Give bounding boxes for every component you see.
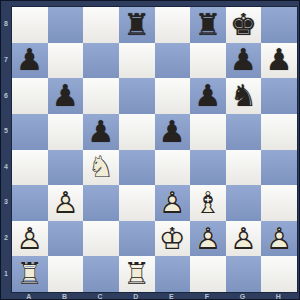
square-h2[interactable]: ♟♙: [261, 221, 297, 257]
square-b4[interactable]: [48, 150, 84, 186]
square-g5[interactable]: [226, 114, 262, 150]
piece-black-knight[interactable]: ♞: [226, 78, 262, 114]
square-g3[interactable]: [226, 185, 262, 221]
square-c4[interactable]: ♞♘: [83, 150, 119, 186]
square-d5[interactable]: [119, 114, 155, 150]
chess-board: ♜♜♚♟♟♟♟♟♞♟♟♞♘♟♙♟♙♝♗♟♙♚♔♟♙♟♙♟♙♜♖♜♖: [11, 6, 298, 293]
rank-label-8: 8: [1, 6, 11, 42]
square-d8[interactable]: ♜: [119, 7, 155, 43]
piece-black-pawn[interactable]: ♟: [261, 43, 297, 79]
square-h4[interactable]: [261, 150, 297, 186]
piece-white-pawn[interactable]: ♟♙: [155, 185, 191, 221]
square-a4[interactable]: [12, 150, 48, 186]
square-a7[interactable]: ♟: [12, 43, 48, 79]
piece-black-rook[interactable]: ♜: [190, 7, 226, 43]
square-f8[interactable]: ♜: [190, 7, 226, 43]
piece-white-pawn[interactable]: ♟♙: [190, 221, 226, 257]
file-label-d: D: [118, 291, 154, 300]
rank-label-1: 1: [1, 255, 11, 291]
square-f6[interactable]: ♟: [190, 78, 226, 114]
white-piece-outline-glyph: ♙: [261, 221, 297, 257]
white-piece-outline-glyph: ♘: [83, 150, 119, 186]
square-f4[interactable]: [190, 150, 226, 186]
square-h6[interactable]: [261, 78, 297, 114]
square-b3[interactable]: ♟♙: [48, 185, 84, 221]
file-label-c: C: [82, 291, 118, 300]
piece-white-pawn[interactable]: ♟♙: [261, 221, 297, 257]
square-b2[interactable]: [48, 221, 84, 257]
rank-label-7: 7: [1, 42, 11, 78]
piece-white-knight[interactable]: ♞♘: [83, 150, 119, 186]
piece-black-pawn[interactable]: ♟: [190, 78, 226, 114]
piece-black-pawn[interactable]: ♟: [48, 78, 84, 114]
square-b7[interactable]: [48, 43, 84, 79]
square-c3[interactable]: [83, 185, 119, 221]
square-a2[interactable]: ♟♙: [12, 221, 48, 257]
square-a8[interactable]: [12, 7, 48, 43]
square-g4[interactable]: [226, 150, 262, 186]
square-e5[interactable]: ♟: [155, 114, 191, 150]
square-g8[interactable]: ♚: [226, 7, 262, 43]
square-c6[interactable]: [83, 78, 119, 114]
square-e4[interactable]: [155, 150, 191, 186]
square-d1[interactable]: ♜♖: [119, 256, 155, 292]
file-label-f: F: [189, 291, 225, 300]
square-h1[interactable]: [261, 256, 297, 292]
piece-black-pawn[interactable]: ♟: [226, 43, 262, 79]
square-a1[interactable]: ♜♖: [12, 256, 48, 292]
black-piece-glyph: ♟: [83, 114, 119, 150]
white-piece-outline-glyph: ♙: [190, 221, 226, 257]
rank-label-2: 2: [1, 220, 11, 256]
white-piece-outline-glyph: ♙: [155, 185, 191, 221]
piece-white-bishop[interactable]: ♝♗: [190, 185, 226, 221]
square-c2[interactable]: [83, 221, 119, 257]
white-piece-outline-glyph: ♗: [190, 185, 226, 221]
square-f7[interactable]: [190, 43, 226, 79]
white-piece-outline-glyph: ♙: [12, 221, 48, 257]
piece-white-rook[interactable]: ♜♖: [119, 256, 155, 292]
black-piece-glyph: ♜: [190, 7, 226, 43]
piece-white-king[interactable]: ♚♔: [155, 221, 191, 257]
square-h7[interactable]: ♟: [261, 43, 297, 79]
white-piece-outline-glyph: ♖: [119, 256, 155, 292]
white-piece-outline-glyph: ♔: [155, 221, 191, 257]
square-g2[interactable]: ♟♙: [226, 221, 262, 257]
square-h3[interactable]: [261, 185, 297, 221]
square-b8[interactable]: [48, 7, 84, 43]
file-label-a: A: [11, 291, 47, 300]
piece-white-rook[interactable]: ♜♖: [12, 256, 48, 292]
square-a6[interactable]: [12, 78, 48, 114]
square-d3[interactable]: [119, 185, 155, 221]
black-piece-glyph: ♜: [119, 7, 155, 43]
black-piece-glyph: ♚: [226, 7, 262, 43]
square-g6[interactable]: ♞: [226, 78, 262, 114]
black-piece-glyph: ♟: [12, 43, 48, 79]
piece-white-pawn[interactable]: ♟♙: [48, 185, 84, 221]
square-d7[interactable]: [119, 43, 155, 79]
square-g1[interactable]: [226, 256, 262, 292]
square-g7[interactable]: ♟: [226, 43, 262, 79]
square-e6[interactable]: [155, 78, 191, 114]
black-piece-glyph: ♟: [155, 114, 191, 150]
file-label-e: E: [154, 291, 190, 300]
chess-board-frame: 87654321 ♜♜♚♟♟♟♟♟♞♟♟♞♘♟♙♟♙♝♗♟♙♚♔♟♙♟♙♟♙♜♖…: [0, 0, 300, 300]
file-labels: ABCDEFGH: [11, 291, 296, 300]
piece-black-pawn[interactable]: ♟: [83, 114, 119, 150]
square-e7[interactable]: [155, 43, 191, 79]
square-c8[interactable]: [83, 7, 119, 43]
piece-black-rook[interactable]: ♜: [119, 7, 155, 43]
rank-label-6: 6: [1, 77, 11, 113]
square-f5[interactable]: [190, 114, 226, 150]
square-c7[interactable]: [83, 43, 119, 79]
file-label-h: H: [260, 291, 296, 300]
square-c5[interactable]: ♟: [83, 114, 119, 150]
square-f2[interactable]: ♟♙: [190, 221, 226, 257]
rank-labels: 87654321: [1, 6, 11, 291]
white-piece-outline-glyph: ♖: [12, 256, 48, 292]
black-piece-glyph: ♟: [190, 78, 226, 114]
square-b5[interactable]: [48, 114, 84, 150]
square-e2[interactable]: ♚♔: [155, 221, 191, 257]
black-piece-glyph: ♞: [226, 78, 262, 114]
square-d2[interactable]: [119, 221, 155, 257]
square-e1[interactable]: [155, 256, 191, 292]
rank-label-3: 3: [1, 184, 11, 220]
piece-black-pawn[interactable]: ♟: [155, 114, 191, 150]
square-b6[interactable]: ♟: [48, 78, 84, 114]
black-piece-glyph: ♟: [48, 78, 84, 114]
piece-black-king[interactable]: ♚: [226, 7, 262, 43]
square-c1[interactable]: [83, 256, 119, 292]
square-h8[interactable]: [261, 7, 297, 43]
black-piece-glyph: ♟: [261, 43, 297, 79]
white-piece-outline-glyph: ♙: [226, 221, 262, 257]
square-a3[interactable]: [12, 185, 48, 221]
file-label-g: G: [225, 291, 261, 300]
square-d6[interactable]: [119, 78, 155, 114]
square-d4[interactable]: [119, 150, 155, 186]
black-piece-glyph: ♟: [226, 43, 262, 79]
square-f1[interactable]: [190, 256, 226, 292]
piece-black-pawn[interactable]: ♟: [12, 43, 48, 79]
square-e8[interactable]: [155, 7, 191, 43]
white-piece-outline-glyph: ♙: [48, 185, 84, 221]
square-e3[interactable]: ♟♙: [155, 185, 191, 221]
piece-white-pawn[interactable]: ♟♙: [12, 221, 48, 257]
piece-white-pawn[interactable]: ♟♙: [226, 221, 262, 257]
rank-label-5: 5: [1, 113, 11, 149]
square-f3[interactable]: ♝♗: [190, 185, 226, 221]
rank-label-4: 4: [1, 149, 11, 185]
square-h5[interactable]: [261, 114, 297, 150]
file-label-b: B: [47, 291, 83, 300]
square-a5[interactable]: [12, 114, 48, 150]
square-b1[interactable]: [48, 256, 84, 292]
